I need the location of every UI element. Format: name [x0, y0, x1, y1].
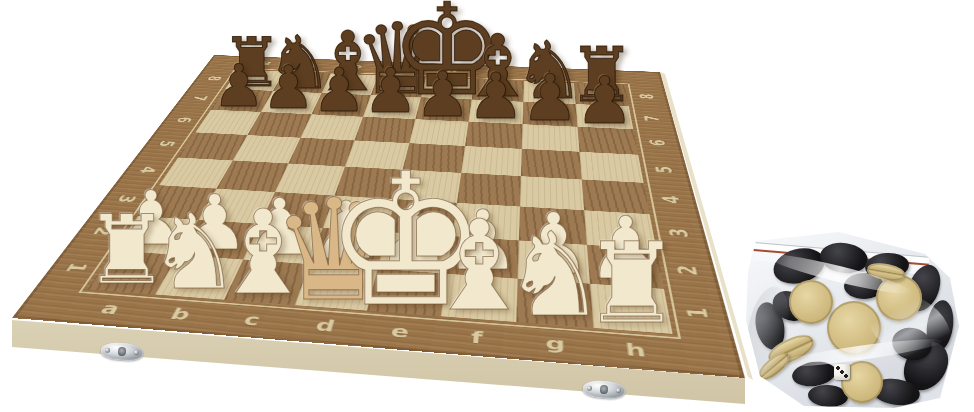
- screw-icon: [616, 388, 621, 393]
- piece-black-pawn-d7[interactable]: ♟: [363, 61, 418, 122]
- dark-checker-disc: [818, 240, 870, 276]
- light-checker-disc: [827, 301, 881, 355]
- piece-black-pawn-g7[interactable]: ♟: [521, 66, 579, 130]
- piece-black-pawn-b7[interactable]: ♟: [262, 58, 315, 118]
- screw-icon: [134, 350, 139, 355]
- screw-icon: [105, 348, 110, 353]
- latch-slot: [600, 385, 609, 395]
- light-checker-disc: [789, 280, 833, 324]
- piece-black-pawn-h7[interactable]: ♟: [575, 68, 634, 134]
- product-photo-stage: 11aa22bb33cc44dd55ee66ff77gg88hh ♜♞♝♛♚♝♞…: [0, 0, 974, 412]
- piece-black-pawn-f7[interactable]: ♟: [467, 65, 524, 128]
- screw-icon: [587, 386, 592, 391]
- latch-slot: [118, 347, 127, 357]
- square-h5[interactable]: [579, 152, 643, 183]
- checkers-bag[interactable]: [744, 226, 966, 412]
- square-g5[interactable]: [521, 149, 582, 180]
- dice: [834, 364, 850, 380]
- piece-white-rook-h1[interactable]: ♜: [582, 228, 682, 339]
- piece-black-pawn-e7[interactable]: ♟: [415, 63, 471, 125]
- piece-black-pawn-c7[interactable]: ♟: [312, 60, 366, 121]
- piece-black-pawn-a7[interactable]: ♟: [212, 57, 265, 116]
- light-checker-disc: [876, 275, 922, 321]
